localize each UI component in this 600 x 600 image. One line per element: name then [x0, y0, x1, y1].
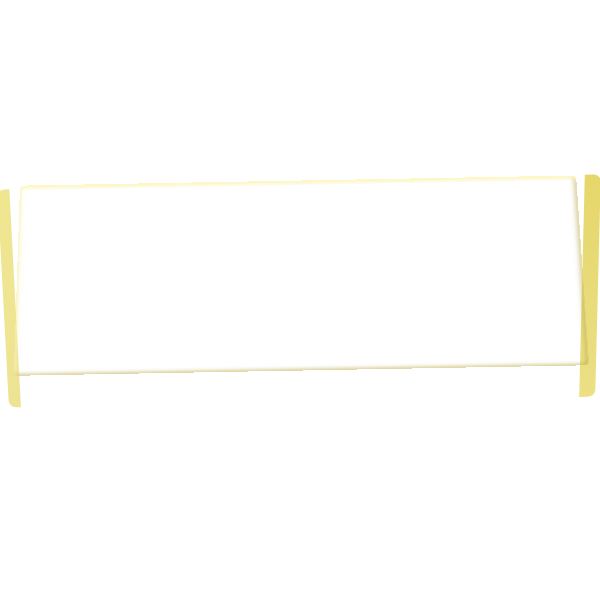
tray-pockets	[27, 192, 575, 362]
insert-tray	[7, 163, 593, 414]
tray-top-surface	[14, 175, 589, 375]
product-photo	[0, 0, 600, 600]
